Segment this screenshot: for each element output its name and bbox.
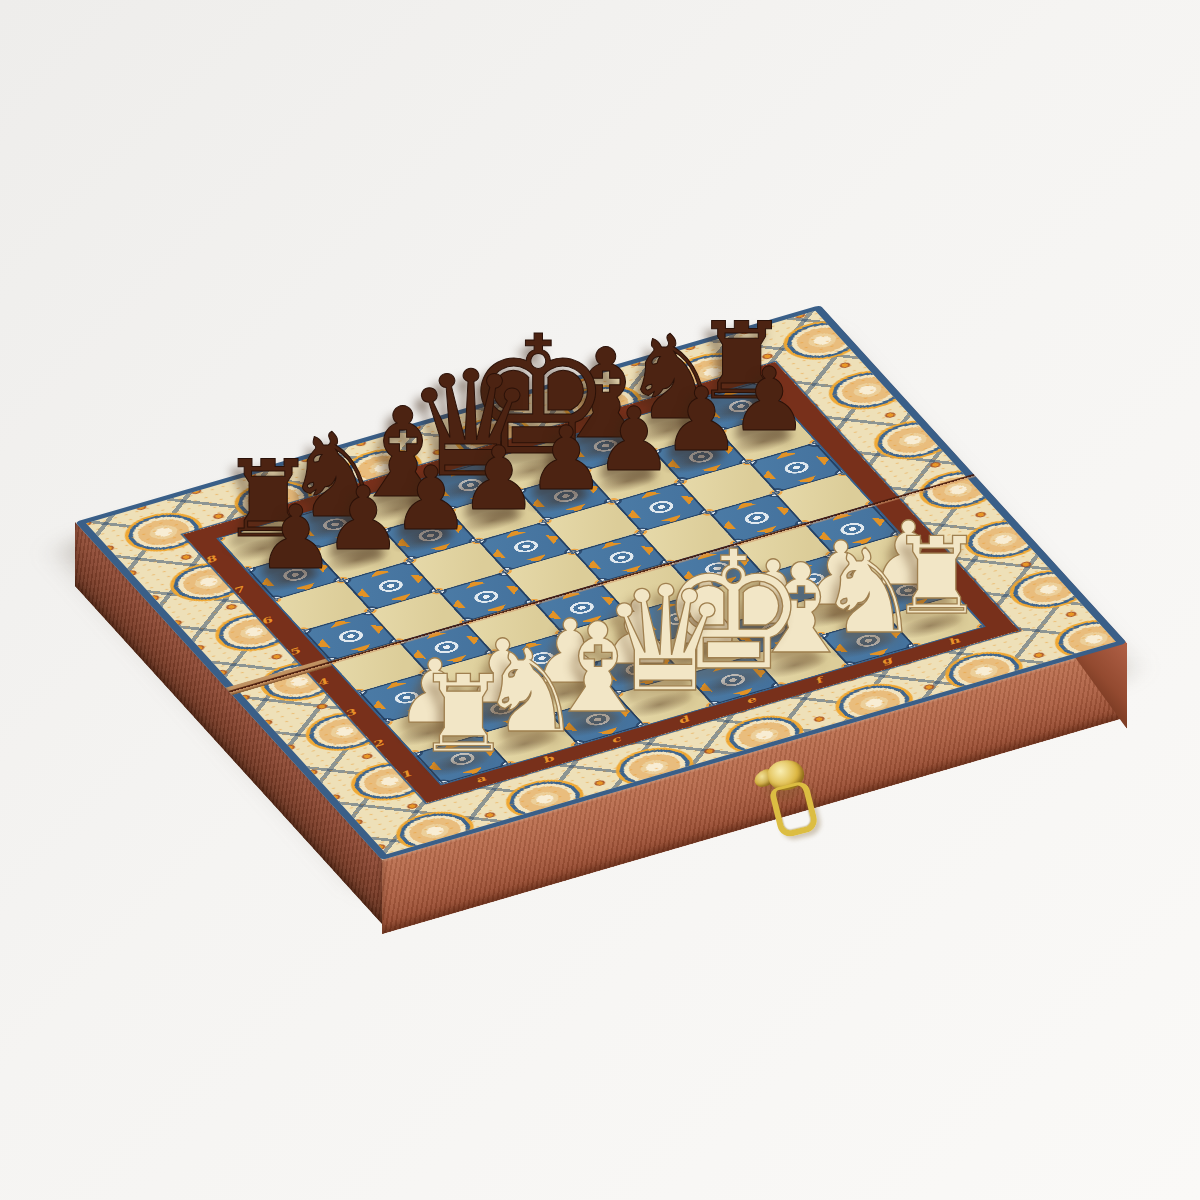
- chess-board: ♜♞♝♛♚♝♞♜♟♟♟♟♟♟♟♟♟♟♟♟♟♟♟♟♜♞♝♛♚♝♞♜ abcdefg…: [75, 305, 1127, 860]
- rank-label-4: 4: [310, 675, 337, 690]
- rank-label-6: 6: [254, 614, 281, 629]
- rank-label-1: 1: [393, 768, 420, 783]
- rank-label-3: 3: [337, 706, 364, 721]
- brass-clasp: [752, 758, 818, 846]
- rank-label-5: 5: [282, 645, 309, 660]
- photo-scene: ♜♞♝♛♚♝♞♜♟♟♟♟♟♟♟♟♟♟♟♟♟♟♟♟♜♞♝♛♚♝♞♜ abcdefg…: [0, 0, 1200, 1200]
- clasp-loop-icon: [768, 780, 819, 839]
- rank-label-7: 7: [226, 583, 253, 598]
- rank-label-8: 8: [198, 553, 225, 568]
- rank-label-2: 2: [365, 737, 392, 752]
